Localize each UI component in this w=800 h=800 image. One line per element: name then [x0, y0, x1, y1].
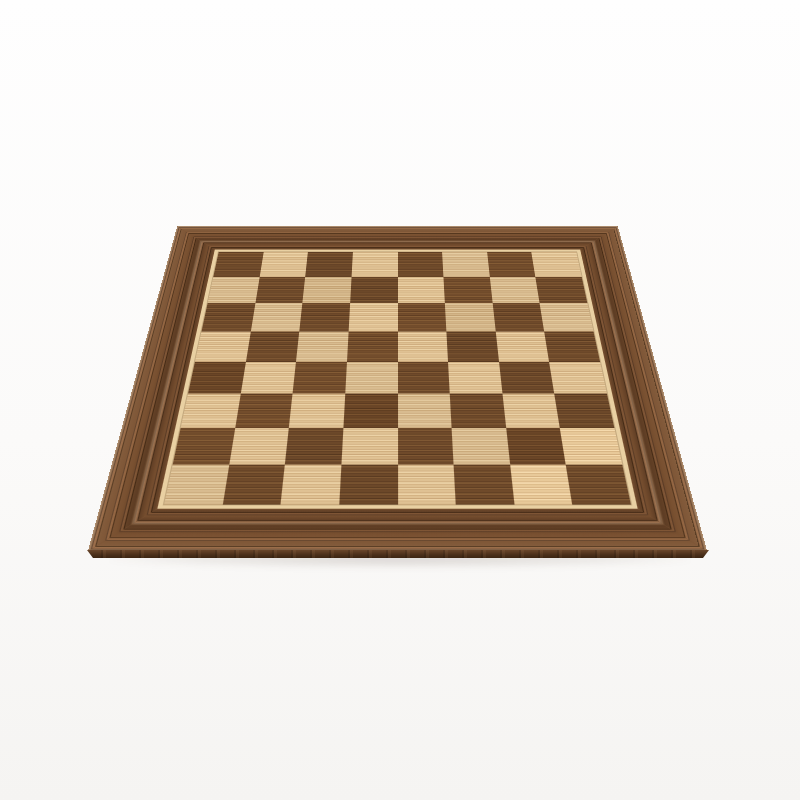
square-d1 [339, 465, 397, 505]
square-g5 [496, 331, 550, 361]
square-f6 [445, 303, 496, 331]
square-c2 [285, 428, 343, 465]
square-e1 [398, 465, 456, 505]
chessboard [88, 226, 707, 551]
product-photo-scene [0, 0, 800, 800]
square-d8 [351, 252, 397, 277]
square-c8 [305, 252, 352, 277]
square-f3 [450, 394, 506, 428]
square-g7 [490, 277, 540, 303]
square-c1 [281, 465, 342, 505]
square-d2 [341, 428, 397, 465]
square-b4 [240, 362, 296, 394]
square-a6 [201, 303, 255, 331]
chessboard-perspective-wrap [88, 226, 707, 551]
square-c4 [293, 362, 347, 394]
square-h7 [536, 277, 588, 303]
square-b7 [255, 277, 305, 303]
square-a7 [208, 277, 260, 303]
maple-inlay-border [156, 249, 639, 509]
square-h8 [532, 252, 582, 277]
square-g3 [502, 394, 560, 428]
square-e7 [398, 277, 445, 303]
square-e6 [398, 303, 447, 331]
square-a3 [181, 394, 241, 428]
square-e3 [398, 394, 452, 428]
square-f8 [442, 252, 489, 277]
square-b1 [222, 465, 285, 505]
square-d6 [348, 303, 397, 331]
square-h3 [555, 394, 615, 428]
square-f2 [452, 428, 510, 465]
square-e2 [398, 428, 454, 465]
square-c6 [299, 303, 350, 331]
square-g6 [492, 303, 544, 331]
square-g8 [487, 252, 536, 277]
square-d5 [347, 331, 398, 361]
square-h5 [545, 331, 600, 361]
square-f5 [447, 331, 499, 361]
frame-rail-bottom [88, 509, 707, 552]
square-a2 [173, 428, 235, 465]
square-a4 [188, 362, 246, 394]
square-e4 [398, 362, 450, 394]
square-h4 [549, 362, 607, 394]
square-c5 [296, 331, 348, 361]
square-b3 [235, 394, 293, 428]
square-a8 [213, 252, 263, 277]
square-f4 [448, 362, 502, 394]
square-f7 [444, 277, 493, 303]
playfield [164, 252, 631, 505]
square-e5 [398, 331, 449, 361]
square-a1 [164, 465, 229, 505]
square-h6 [540, 303, 594, 331]
square-d7 [350, 277, 397, 303]
square-b6 [250, 303, 302, 331]
square-b8 [259, 252, 308, 277]
square-b5 [246, 331, 300, 361]
square-f1 [454, 465, 515, 505]
square-h2 [560, 428, 622, 465]
square-a5 [195, 331, 250, 361]
frame-rail-top [171, 226, 624, 249]
square-c7 [303, 277, 352, 303]
square-b2 [229, 428, 289, 465]
square-g1 [510, 465, 573, 505]
square-g4 [499, 362, 555, 394]
square-h1 [566, 465, 631, 505]
square-e8 [398, 252, 444, 277]
square-c3 [289, 394, 345, 428]
board-thickness-edge [87, 550, 709, 558]
square-g2 [506, 428, 566, 465]
square-d4 [345, 362, 397, 394]
square-d3 [343, 394, 397, 428]
